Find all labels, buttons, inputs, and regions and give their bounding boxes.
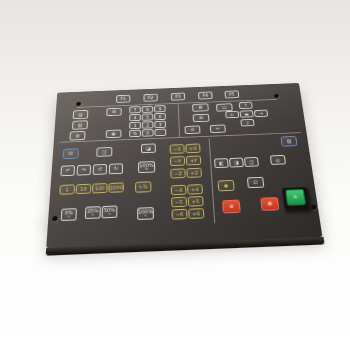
key-handwheel[interactable]: ◫ <box>96 147 112 157</box>
feed-hold-icon: ⊘ <box>229 204 234 209</box>
key-tool-1[interactable]: ◧ <box>214 158 229 168</box>
key-jog-plus-6[interactable]: +6 <box>188 208 204 219</box>
key-feed-override-25[interactable]: 25%∿ <box>85 206 101 219</box>
key-spindle-ccw[interactable]: ↶ <box>60 165 75 176</box>
screen-lines-icon: ▥ <box>78 123 83 128</box>
key-label: F2 <box>148 95 154 99</box>
key-tool-2[interactable]: ◨ <box>229 158 244 168</box>
enter-icon: ↩ <box>216 126 220 131</box>
key-label: +6 <box>192 211 200 216</box>
key-edit[interactable]: ⊟ <box>106 108 121 116</box>
photo-background: F1F2F3F4F5▤▥≣⊟◉789456123%0.⊞⊟▭⊘↩↑←▬→↓⊡◫◪… <box>0 0 350 350</box>
tool-icon: ◨ <box>234 160 239 165</box>
handwheel-icon: ◫ <box>102 150 107 155</box>
key-spindle-jog-cw[interactable]: ↻ <box>109 163 123 174</box>
key-mode-left[interactable]: ⊡ <box>62 148 78 159</box>
key-jog-minus-z[interactable]: −Z <box>170 168 186 178</box>
wide-bar-icon: ▭ <box>222 105 227 109</box>
key-delete[interactable]: ⊟ <box>193 114 210 123</box>
key-label: 3 <box>159 122 162 127</box>
key-enter[interactable]: ↩ <box>210 124 226 133</box>
key-tool-unclamp[interactable]: ◉ <box>218 180 235 191</box>
reference-icon: ◪ <box>146 146 151 151</box>
key-label: 6 <box>158 114 161 118</box>
key-record[interactable]: ◉ <box>106 130 122 139</box>
key-cursor-up[interactable]: ↑ <box>239 102 253 109</box>
keys-layer: F1F2F3F4F5▤▥≣⊟◉789456123%0.⊞⊟▭⊘↩↑←▬→↓⊡◫◪… <box>57 83 299 93</box>
coolant-icon: ◎ <box>275 157 280 162</box>
key-cursor-right[interactable]: → <box>254 110 268 117</box>
screw-hole <box>274 94 279 98</box>
key-f5[interactable]: F5 <box>224 90 239 98</box>
key-feed-override-100[interactable]: 100%∿ <box>137 207 154 220</box>
key-display-2[interactable]: ▥ <box>72 120 88 129</box>
key-menu[interactable]: ≣ <box>69 131 85 141</box>
key-label: +Z <box>190 170 198 175</box>
rotate-ccw-icon: ↺ <box>98 167 102 172</box>
key-numpad-4[interactable]: 4 <box>129 114 141 121</box>
delete-icon: ⊟ <box>199 116 203 121</box>
key-label: −6 <box>176 211 184 216</box>
key-label: F5 <box>229 92 235 96</box>
rotate-cw-icon: ↻ <box>114 166 118 171</box>
key-increment-1000[interactable]: 1000 <box>108 182 123 192</box>
key-mode-right[interactable]: ▧ <box>280 136 297 147</box>
key-label: 1000 <box>110 185 123 190</box>
key-dry-run[interactable]: ∅ <box>247 177 264 188</box>
key-f3[interactable]: F3 <box>171 93 185 101</box>
key-spindle-cw[interactable]: ↷ <box>77 165 92 176</box>
key-insert[interactable]: ⊞ <box>192 103 209 111</box>
key-jog-minus-6[interactable]: −6 <box>172 209 188 220</box>
key-label: +Y <box>190 158 197 163</box>
key-spindle-override-100[interactable]: 100%↻ <box>138 161 155 173</box>
tool-icon: ◫ <box>249 159 254 164</box>
menu-lines-icon: ≣ <box>75 133 79 138</box>
divider-upper-vertical <box>178 105 180 137</box>
key-sub-icon: ∿ <box>108 213 111 217</box>
key-reference[interactable]: ◪ <box>141 143 156 153</box>
key-label: 1 <box>133 123 136 128</box>
mode-icon: ▧ <box>286 139 291 144</box>
key-label: 100 <box>95 186 105 191</box>
key-jog-minus-y[interactable]: −Y <box>170 156 185 166</box>
reset-icon: ⊠ <box>267 201 272 206</box>
dry-run-icon: ∅ <box>253 180 258 185</box>
arrow-right-icon: → <box>259 111 264 115</box>
key-numpad-3[interactable]: 3 <box>154 121 166 129</box>
key-numpad-8[interactable]: 8 <box>142 106 154 113</box>
key-jog-minus-x[interactable]: −X <box>170 144 185 154</box>
key-jog-plus-z[interactable]: +Z <box>186 168 202 178</box>
center-bar-icon: ▬ <box>244 112 249 117</box>
key-label: −Y <box>174 159 181 164</box>
key-label: +X <box>189 146 197 151</box>
key-feed-hold[interactable]: ⊘ <box>222 200 241 214</box>
key-sub-icon: ∿ <box>144 214 147 218</box>
screw-hole <box>76 102 81 106</box>
key-jog-plus-x[interactable]: +X <box>185 143 200 153</box>
key-label: 4 <box>133 115 136 119</box>
key-jog-plus-4[interactable]: +4 <box>187 184 203 194</box>
key-label: −X <box>173 147 181 152</box>
key-numpad-5[interactable]: 5 <box>142 113 154 120</box>
key-label: −Z <box>174 171 182 176</box>
key-cursor-center[interactable]: ▬ <box>240 110 254 117</box>
rotate-ccw-icon: ↶ <box>65 168 69 173</box>
key-increment-1[interactable]: 1 <box>59 184 75 194</box>
key-label: −4 <box>175 187 183 192</box>
key-jog-plus-y[interactable]: +Y <box>186 155 201 165</box>
key-label: 7 <box>133 108 136 112</box>
key-sub-icon: ∿ <box>67 216 70 220</box>
key-label: F1 <box>120 97 126 101</box>
key-label: +4 <box>191 187 199 192</box>
key-label: 1 <box>65 187 69 192</box>
key-f2[interactable]: F2 <box>143 94 157 102</box>
key-numpad-percent[interactable]: % <box>129 130 141 138</box>
key-jog-plus-5[interactable]: +5 <box>188 196 204 207</box>
key-numpad-2[interactable]: 2 <box>142 121 154 129</box>
key-jog-minus-5[interactable]: −5 <box>171 197 187 208</box>
key-increment-100[interactable]: 100 <box>92 183 108 193</box>
key-spindle-jog-ccw[interactable]: ↺ <box>93 164 107 175</box>
key-label: . <box>160 130 162 135</box>
key-label: 8 <box>146 107 149 111</box>
key-jog-variable[interactable]: ∿% <box>135 181 151 192</box>
arrow-left-icon: ← <box>230 112 234 117</box>
mode-icon: ⊡ <box>68 151 72 156</box>
edit-icon: ⊟ <box>112 110 116 114</box>
screw-hole <box>52 216 58 221</box>
key-numpad-6[interactable]: 6 <box>154 113 166 120</box>
key-jog-minus-4[interactable]: −4 <box>171 185 187 196</box>
divider-upper-lower <box>60 132 301 142</box>
insert-icon: ⊞ <box>198 105 202 109</box>
screen-lines-icon: ▤ <box>78 112 83 116</box>
key-feed-override-50[interactable]: 50%∿ <box>102 205 118 218</box>
key-display-1[interactable]: ▤ <box>73 110 89 119</box>
key-cursor-down[interactable]: ↓ <box>240 119 254 127</box>
control-panel: F1F2F3F4F5▤▥≣⊟◉789456123%0.⊞⊟▭⊘↩↑←▬→↓⊡◫◪… <box>46 83 322 248</box>
divider-lower-vertical <box>209 139 215 224</box>
key-sub-icon: ↻ <box>145 168 148 171</box>
key-label: F4 <box>202 93 208 97</box>
key-cancel[interactable]: ⊘ <box>184 125 200 134</box>
key-numpad-0[interactable]: 0 <box>142 129 154 137</box>
key-numpad-7[interactable]: 7 <box>129 106 140 113</box>
key-reset[interactable]: ⊠ <box>260 197 279 211</box>
key-label: ∿% <box>139 184 148 189</box>
key-feed-override-0[interactable]: 0%∿ <box>61 208 77 221</box>
key-label: 9 <box>158 107 161 111</box>
cycle-start-button[interactable]: ⊙ <box>282 186 310 210</box>
key-numpad-9[interactable]: 9 <box>154 105 166 112</box>
key-label: +5 <box>192 199 200 204</box>
key-label: F3 <box>175 94 181 98</box>
key-tool-3[interactable]: ◫ <box>244 157 259 167</box>
key-increment-10[interactable]: 10 <box>76 184 92 194</box>
key-label: 0 <box>146 131 149 136</box>
key-label: 2 <box>146 123 149 128</box>
key-label: % <box>133 131 138 136</box>
screw-hole <box>311 205 316 210</box>
cancel-icon: ⊘ <box>190 127 194 132</box>
cycle-start-icon: ⊙ <box>293 194 298 199</box>
key-cursor-left[interactable]: ← <box>225 111 239 118</box>
key-f1[interactable]: F1 <box>116 95 130 103</box>
record-icon: ◉ <box>111 132 115 137</box>
key-f4[interactable]: F4 <box>198 91 213 99</box>
rotate-cw-icon: ↷ <box>82 168 86 173</box>
cycle-start-cap[interactable]: ⊙ <box>285 188 306 205</box>
key-sub-icon: ∿ <box>91 214 94 218</box>
unclamp-icon: ◉ <box>224 183 229 188</box>
arrow-up-icon: ↑ <box>243 103 247 107</box>
tool-icon: ◧ <box>219 161 224 166</box>
key-label: 10 <box>80 186 87 191</box>
arrow-down-icon: ↓ <box>245 120 250 125</box>
key-label: −5 <box>175 199 183 204</box>
key-numpad-point[interactable]: . <box>154 129 166 137</box>
key-coolant[interactable]: ◎ <box>270 155 286 165</box>
key-numpad-1[interactable]: 1 <box>129 122 141 130</box>
panel-face: F1F2F3F4F5▤▥≣⊟◉789456123%0.⊞⊟▭⊘↩↑←▬→↓⊡◫◪… <box>46 83 322 248</box>
key-label: 5 <box>146 115 149 119</box>
